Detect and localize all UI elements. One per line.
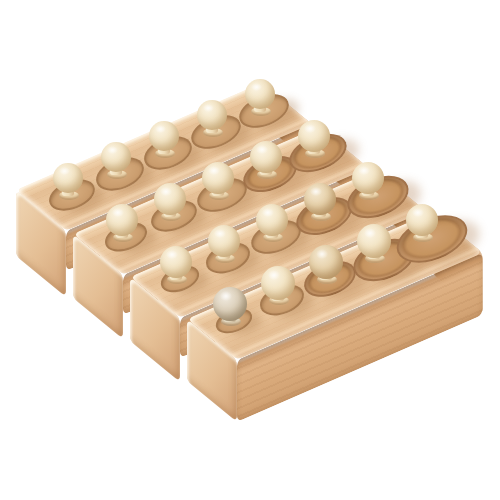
- knob-ball: [245, 79, 275, 109]
- knob-ball: [154, 183, 186, 215]
- knob-ball: [250, 141, 282, 173]
- knob-ball: [357, 224, 391, 258]
- knob-ball: [208, 225, 240, 257]
- knob-ball: [298, 120, 330, 152]
- knob-ball: [106, 204, 138, 236]
- knob-ball: [304, 183, 336, 215]
- knob-ball: [261, 266, 295, 300]
- knob-ball: [352, 162, 384, 194]
- knob-ball: [202, 162, 234, 194]
- knob-ball: [256, 204, 288, 236]
- knob-ball: [149, 121, 179, 151]
- knob-ball: [160, 246, 192, 278]
- knob-ball: [197, 100, 227, 130]
- knob-ball: [101, 142, 131, 172]
- knob-ball: [53, 163, 83, 193]
- knob-ball: [213, 287, 247, 321]
- knob-ball: [309, 245, 343, 279]
- knob-ball: [406, 204, 438, 236]
- product-photo-montessori-cylinder-blocks: [0, 0, 500, 500]
